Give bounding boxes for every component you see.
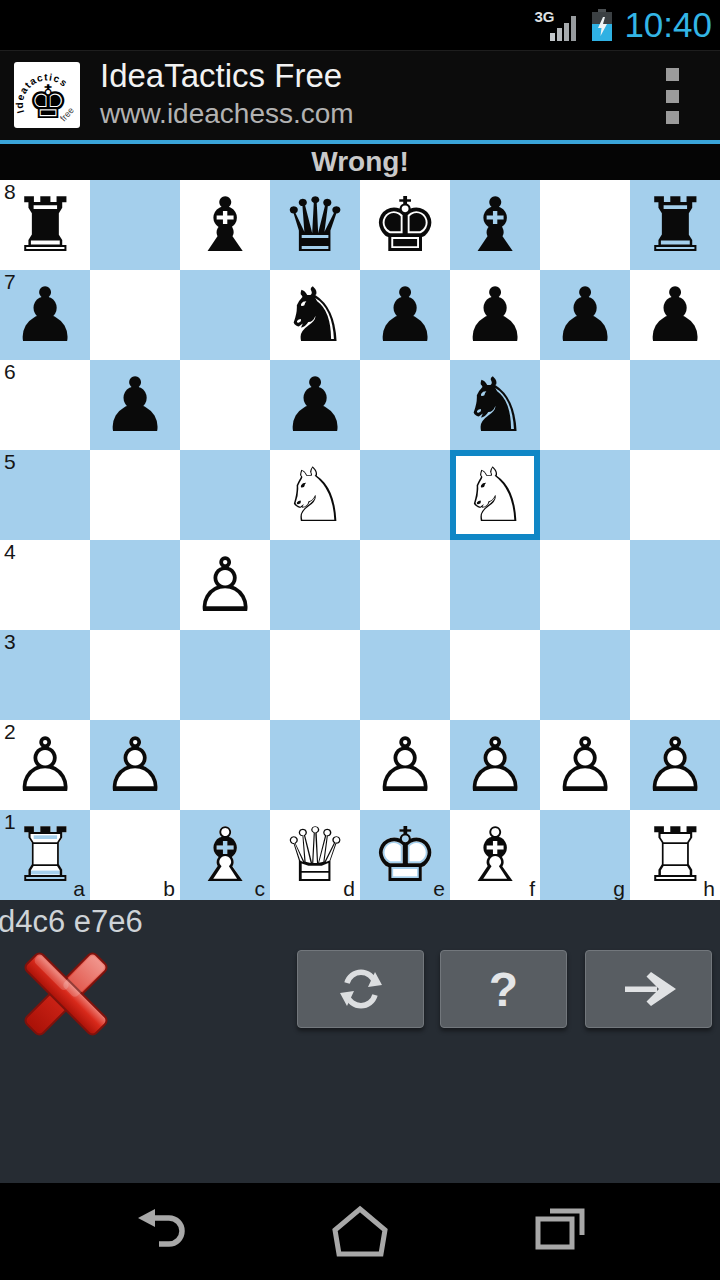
app-logo: Ideatactics ♚ free — [14, 62, 80, 128]
refresh-icon — [333, 961, 389, 1017]
piece-white-pawn[interactable]: ♟♙ — [540, 720, 630, 810]
wrong-move-x-icon — [14, 942, 118, 1046]
square-b3[interactable] — [90, 630, 180, 720]
clock: 10:40 — [624, 5, 712, 45]
piece-black-pawn[interactable]: ♟ — [540, 270, 630, 360]
piece-outline: ♙ — [360, 720, 450, 810]
piece-white-pawn[interactable]: ♟♙ — [90, 720, 180, 810]
square-a2[interactable]: 2♟♙ — [0, 720, 90, 810]
square-h5[interactable] — [630, 450, 720, 540]
square-g4[interactable] — [540, 540, 630, 630]
square-h6[interactable] — [630, 360, 720, 450]
square-e1[interactable]: e♚♔ — [360, 810, 450, 900]
square-c3[interactable] — [180, 630, 270, 720]
square-d2[interactable] — [270, 720, 360, 810]
move-list: d4c6 e7e6 — [0, 904, 143, 940]
status-bar: 3G 10:40 — [0, 0, 720, 50]
piece-outline: ♙ — [450, 720, 540, 810]
square-d7[interactable]: ♞ — [270, 270, 360, 360]
square-b7[interactable] — [90, 270, 180, 360]
retry-button[interactable] — [297, 950, 424, 1028]
piece-black-pawn[interactable]: ♟ — [630, 270, 720, 360]
square-a1[interactable]: 1a♜♖ — [0, 810, 90, 900]
piece-white-pawn[interactable]: ♟♙ — [630, 720, 720, 810]
piece-outline: ♔ — [360, 810, 450, 900]
square-f8[interactable]: ♝ — [450, 180, 540, 270]
square-c8[interactable]: ♝ — [180, 180, 270, 270]
recents-button[interactable] — [528, 1205, 592, 1261]
result-banner-text: Wrong! — [311, 146, 408, 178]
piece-outline: ♙ — [90, 720, 180, 810]
square-c2[interactable] — [180, 720, 270, 810]
piece-black-bishop[interactable]: ♝ — [450, 180, 540, 270]
rank-label-5: 5 — [4, 450, 16, 474]
overflow-menu-icon[interactable] — [666, 68, 680, 124]
square-g3[interactable] — [540, 630, 630, 720]
back-button[interactable] — [133, 1205, 197, 1261]
back-icon — [133, 1205, 197, 1257]
square-c6[interactable] — [180, 360, 270, 450]
square-a4[interactable]: 4 — [0, 540, 90, 630]
piece-outline: ♙ — [540, 720, 630, 810]
piece-outline: ♕ — [270, 810, 360, 900]
app-header: Ideatactics ♚ free IdeaTactics Free www.… — [0, 50, 720, 141]
piece-white-rook[interactable]: ♜♖ — [630, 810, 720, 900]
square-b4[interactable] — [90, 540, 180, 630]
square-f2[interactable]: ♟♙ — [450, 720, 540, 810]
square-g6[interactable] — [540, 360, 630, 450]
piece-white-bishop[interactable]: ♝♗ — [180, 810, 270, 900]
app-subtitle: www.ideachess.com — [100, 98, 354, 130]
square-e7[interactable]: ♟ — [360, 270, 450, 360]
square-e3[interactable] — [360, 630, 450, 720]
rank-label-4: 4 — [4, 540, 16, 564]
square-g8[interactable] — [540, 180, 630, 270]
square-h7[interactable]: ♟ — [630, 270, 720, 360]
file-label-g: g — [613, 877, 625, 901]
piece-white-rook[interactable]: ♜♖ — [0, 810, 90, 900]
piece-black-rook[interactable]: ♜ — [0, 180, 90, 270]
piece-black-rook[interactable]: ♜ — [630, 180, 720, 270]
square-a5[interactable]: 5 — [0, 450, 90, 540]
piece-white-pawn[interactable]: ♟♙ — [0, 720, 90, 810]
bottom-panel: d4c6 e7e6 — [0, 900, 720, 1183]
piece-black-king[interactable]: ♚ — [360, 180, 450, 270]
square-e4[interactable] — [360, 540, 450, 630]
square-d4[interactable] — [270, 540, 360, 630]
piece-black-pawn[interactable]: ♟ — [360, 270, 450, 360]
square-h8[interactable]: ♜ — [630, 180, 720, 270]
square-a6[interactable]: 6 — [0, 360, 90, 450]
file-label-b: b — [163, 877, 175, 901]
hint-button[interactable]: ? — [440, 950, 567, 1028]
square-f5[interactable]: ♞♘ — [450, 450, 540, 540]
piece-outline: ♖ — [0, 810, 90, 900]
piece-black-queen[interactable]: ♛ — [270, 180, 360, 270]
piece-white-king[interactable]: ♚♔ — [360, 810, 450, 900]
square-a3[interactable]: 3 — [0, 630, 90, 720]
square-c7[interactable] — [180, 270, 270, 360]
square-b1[interactable]: b — [90, 810, 180, 900]
piece-outline: ♖ — [630, 810, 720, 900]
square-e2[interactable]: ♟♙ — [360, 720, 450, 810]
piece-black-knight[interactable]: ♞ — [450, 360, 540, 450]
square-h3[interactable] — [630, 630, 720, 720]
result-banner: Wrong! — [0, 144, 720, 180]
square-e8[interactable]: ♚ — [360, 180, 450, 270]
square-b5[interactable] — [90, 450, 180, 540]
piece-outline: ♙ — [630, 720, 720, 810]
arrow-right-icon — [617, 961, 681, 1017]
piece-outline: ♘ — [270, 450, 360, 540]
chess-board: 8♜♝♛♚♝♜7♟♞♟♟♟♟6♟♟♞5♞♘♞♘4♟♙32♟♙♟♙♟♙♟♙♟♙♟♙… — [0, 180, 720, 900]
piece-white-pawn[interactable]: ♟♙ — [450, 720, 540, 810]
piece-black-knight[interactable]: ♞ — [270, 270, 360, 360]
home-icon — [328, 1202, 392, 1260]
square-b2[interactable]: ♟♙ — [90, 720, 180, 810]
square-f6[interactable]: ♞ — [450, 360, 540, 450]
square-d8[interactable]: ♛ — [270, 180, 360, 270]
home-button[interactable] — [328, 1202, 392, 1264]
square-a7[interactable]: 7♟ — [0, 270, 90, 360]
recents-icon — [528, 1205, 592, 1257]
square-f7[interactable]: ♟ — [450, 270, 540, 360]
battery-charging-icon — [591, 6, 615, 44]
square-c5[interactable] — [180, 450, 270, 540]
piece-white-knight[interactable]: ♞♘ — [450, 450, 540, 540]
square-f1[interactable]: f♝♗ — [450, 810, 540, 900]
square-g2[interactable]: ♟♙ — [540, 720, 630, 810]
piece-white-knight[interactable]: ♞♘ — [270, 450, 360, 540]
piece-white-pawn[interactable]: ♟♙ — [180, 540, 270, 630]
signal-strength-icon: 3G — [534, 6, 582, 44]
signal-bars-icon — [548, 11, 582, 41]
rank-label-6: 6 — [4, 360, 16, 384]
square-f4[interactable] — [450, 540, 540, 630]
piece-outline: ♙ — [180, 540, 270, 630]
square-d1[interactable]: d♛♕ — [270, 810, 360, 900]
rank-label-3: 3 — [4, 630, 16, 654]
piece-black-bishop[interactable]: ♝ — [180, 180, 270, 270]
piece-black-pawn[interactable]: ♟ — [0, 270, 90, 360]
piece-outline: ♗ — [450, 810, 540, 900]
piece-white-queen[interactable]: ♛♕ — [270, 810, 360, 900]
android-nav-bar — [0, 1183, 720, 1280]
piece-black-pawn[interactable]: ♟ — [270, 360, 360, 450]
square-d6[interactable]: ♟ — [270, 360, 360, 450]
square-c1[interactable]: c♝♗ — [180, 810, 270, 900]
square-b8[interactable] — [90, 180, 180, 270]
piece-black-pawn[interactable]: ♟ — [450, 270, 540, 360]
square-g5[interactable] — [540, 450, 630, 540]
app-title: IdeaTactics Free — [100, 57, 342, 95]
piece-outline: ♙ — [0, 720, 90, 810]
piece-white-pawn[interactable]: ♟♙ — [360, 720, 450, 810]
square-g1[interactable]: g — [540, 810, 630, 900]
square-d5[interactable]: ♞♘ — [270, 450, 360, 540]
question-icon: ? — [489, 962, 518, 1017]
square-a8[interactable]: 8♜ — [0, 180, 90, 270]
square-h4[interactable] — [630, 540, 720, 630]
square-g7[interactable]: ♟ — [540, 270, 630, 360]
phone-screen: 3G 10:40 — [0, 0, 720, 1280]
square-e6[interactable] — [360, 360, 450, 450]
square-d3[interactable] — [270, 630, 360, 720]
piece-outline: ♗ — [180, 810, 270, 900]
square-h2[interactable]: ♟♙ — [630, 720, 720, 810]
square-e5[interactable] — [360, 450, 450, 540]
square-b6[interactable]: ♟ — [90, 360, 180, 450]
piece-outline: ♘ — [450, 450, 540, 540]
square-h1[interactable]: h♜♖ — [630, 810, 720, 900]
square-f3[interactable] — [450, 630, 540, 720]
piece-white-bishop[interactable]: ♝♗ — [450, 810, 540, 900]
next-button[interactable] — [585, 950, 712, 1028]
piece-black-pawn[interactable]: ♟ — [90, 360, 180, 450]
square-c4[interactable]: ♟♙ — [180, 540, 270, 630]
